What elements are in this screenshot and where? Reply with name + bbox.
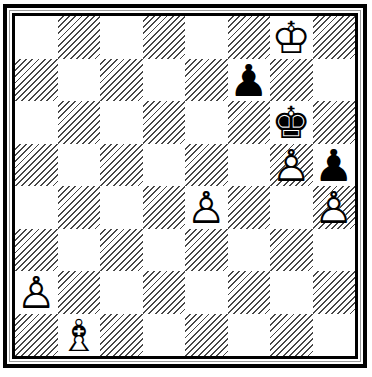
- board-frame-inner: ♚♔♟♚♟♙♟♟♙♟♙♟♙♝♗: [9, 10, 361, 362]
- pawn-glyph: ♙: [272, 145, 311, 188]
- square-a6: [15, 101, 58, 144]
- square-g8: ♚♔: [270, 16, 313, 59]
- square-c4: [100, 186, 143, 229]
- square-b1: ♝♗: [58, 314, 101, 357]
- square-c2: [100, 271, 143, 314]
- square-e3: [185, 229, 228, 272]
- square-f5: [228, 144, 271, 187]
- square-d5: [143, 144, 186, 187]
- square-e7: [185, 59, 228, 102]
- square-g1: [270, 314, 313, 357]
- square-a4: [15, 186, 58, 229]
- pawn-glyph: ♟: [229, 60, 268, 103]
- black-pawn-h5: ♟: [313, 144, 356, 187]
- square-b5: [58, 144, 101, 187]
- square-f6: [228, 101, 271, 144]
- square-d4: [143, 186, 186, 229]
- square-e1: [185, 314, 228, 357]
- square-e6: [185, 101, 228, 144]
- square-g5: ♟♙: [270, 144, 313, 187]
- square-g3: [270, 229, 313, 272]
- white-pawn-e4: ♟♙: [185, 186, 228, 229]
- square-g2: [270, 271, 313, 314]
- pawn-glyph: ♟: [314, 145, 353, 188]
- square-f3: [228, 229, 271, 272]
- king-glyph: ♔: [272, 17, 311, 60]
- pawn-glyph: ♙: [187, 187, 226, 230]
- square-a8: [15, 16, 58, 59]
- square-h7: [313, 59, 356, 102]
- black-pawn-f7: ♟: [228, 59, 271, 102]
- square-h5: ♟: [313, 144, 356, 187]
- white-king-g8: ♚♔: [270, 16, 313, 59]
- square-h3: [313, 229, 356, 272]
- square-h8: [313, 16, 356, 59]
- square-c1: [100, 314, 143, 357]
- square-d3: [143, 229, 186, 272]
- square-a1: [15, 314, 58, 357]
- bishop-glyph: ♗: [59, 315, 98, 358]
- board-frame-outer: ♚♔♟♚♟♙♟♟♙♟♙♟♙♝♗: [3, 4, 367, 368]
- king-glyph: ♚: [272, 102, 311, 145]
- square-d1: [143, 314, 186, 357]
- pawn-glyph: ♙: [314, 187, 353, 230]
- white-pawn-h4: ♟♙: [313, 186, 356, 229]
- square-b8: [58, 16, 101, 59]
- square-f8: [228, 16, 271, 59]
- square-d6: [143, 101, 186, 144]
- square-b4: [58, 186, 101, 229]
- white-pawn-a2: ♟♙: [15, 271, 58, 314]
- square-f7: ♟: [228, 59, 271, 102]
- square-f4: [228, 186, 271, 229]
- square-f2: [228, 271, 271, 314]
- square-d2: [143, 271, 186, 314]
- square-d8: [143, 16, 186, 59]
- square-e8: [185, 16, 228, 59]
- square-c6: [100, 101, 143, 144]
- square-c5: [100, 144, 143, 187]
- square-c7: [100, 59, 143, 102]
- white-bishop-b1: ♝♗: [58, 314, 101, 357]
- square-e5: [185, 144, 228, 187]
- square-g4: [270, 186, 313, 229]
- square-h4: ♟♙: [313, 186, 356, 229]
- square-e4: ♟♙: [185, 186, 228, 229]
- square-h2: [313, 271, 356, 314]
- square-h1: [313, 314, 356, 357]
- square-g7: [270, 59, 313, 102]
- square-e2: [185, 271, 228, 314]
- chess-board: ♚♔♟♚♟♙♟♟♙♟♙♟♙♝♗: [12, 13, 358, 359]
- square-b3: [58, 229, 101, 272]
- white-pawn-g5: ♟♙: [270, 144, 313, 187]
- square-b7: [58, 59, 101, 102]
- square-f1: [228, 314, 271, 357]
- square-a2: ♟♙: [15, 271, 58, 314]
- square-c8: [100, 16, 143, 59]
- square-h6: [313, 101, 356, 144]
- square-a5: [15, 144, 58, 187]
- square-a3: [15, 229, 58, 272]
- square-g6: ♚: [270, 101, 313, 144]
- square-b2: [58, 271, 101, 314]
- square-d7: [143, 59, 186, 102]
- square-b6: [58, 101, 101, 144]
- square-c3: [100, 229, 143, 272]
- square-a7: [15, 59, 58, 102]
- black-king-g6: ♚: [270, 101, 313, 144]
- pawn-glyph: ♙: [17, 272, 56, 315]
